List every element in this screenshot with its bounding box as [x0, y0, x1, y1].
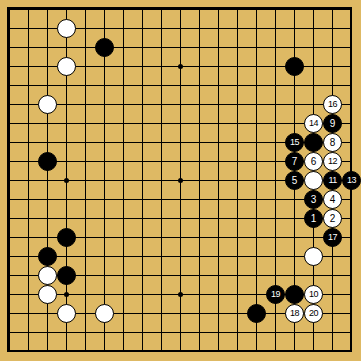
stone-white [95, 304, 114, 323]
move-number: 12 [328, 157, 337, 166]
stone-white-move-18: 18 [285, 304, 304, 323]
stone-black-move-15: 15 [285, 133, 304, 152]
stone-black-move-13: 13 [342, 171, 361, 190]
move-number: 15 [290, 138, 299, 147]
stone-black [57, 228, 76, 247]
move-number: 14 [309, 119, 318, 128]
move-number: 5 [292, 175, 298, 185]
stone-black [95, 38, 114, 57]
star-point [64, 178, 69, 183]
stone-white-move-16: 16 [323, 95, 342, 114]
stone-black [57, 266, 76, 285]
stone-black-move-19: 19 [266, 285, 285, 304]
move-number: 9 [330, 118, 336, 128]
stone-black [38, 247, 57, 266]
stone-black-move-3: 3 [304, 190, 323, 209]
stone-white [38, 285, 57, 304]
stone-white-move-4: 4 [323, 190, 342, 209]
stone-white-move-2: 2 [323, 209, 342, 228]
stone-black [247, 304, 266, 323]
stone-white [38, 95, 57, 114]
move-number: 16 [328, 100, 337, 109]
stone-white [304, 247, 323, 266]
star-point [178, 178, 183, 183]
move-number: 6 [311, 156, 317, 166]
star-point [64, 292, 69, 297]
stone-black-move-11: 11 [323, 171, 342, 190]
stone-black-move-1: 1 [304, 209, 323, 228]
move-number: 10 [309, 290, 318, 299]
stone-white-move-8: 8 [323, 133, 342, 152]
stone-white-move-14: 14 [304, 114, 323, 133]
stone-white-move-6: 6 [304, 152, 323, 171]
stone-black [285, 285, 304, 304]
move-number: 3 [311, 194, 317, 204]
stone-black-move-7: 7 [285, 152, 304, 171]
move-number: 18 [290, 309, 299, 318]
stone-black [38, 152, 57, 171]
move-number: 7 [292, 156, 298, 166]
move-number: 13 [347, 176, 356, 185]
stone-black-move-5: 5 [285, 171, 304, 190]
stone-white-move-12: 12 [323, 152, 342, 171]
stone-white [57, 304, 76, 323]
stone-black [285, 57, 304, 76]
move-number: 8 [330, 137, 336, 147]
stone-white-move-10: 10 [304, 285, 323, 304]
move-number: 11 [328, 176, 336, 185]
move-number: 4 [330, 194, 336, 204]
stone-black-move-9: 9 [323, 114, 342, 133]
move-number: 20 [309, 309, 318, 318]
go-board: 1234567891011121314151617181920 [0, 0, 361, 361]
move-number: 19 [271, 290, 280, 299]
stone-black-move-17: 17 [323, 228, 342, 247]
move-number: 17 [328, 233, 337, 242]
stone-white [57, 19, 76, 38]
stone-white [57, 57, 76, 76]
move-number: 2 [330, 213, 336, 223]
stone-white [304, 171, 323, 190]
star-point [178, 64, 183, 69]
star-point [178, 292, 183, 297]
board-intersections: 1234567891011121314151617181920 [0, 0, 361, 361]
stone-white [38, 266, 57, 285]
stone-black [304, 133, 323, 152]
move-number: 1 [311, 213, 317, 223]
stone-white-move-20: 20 [304, 304, 323, 323]
